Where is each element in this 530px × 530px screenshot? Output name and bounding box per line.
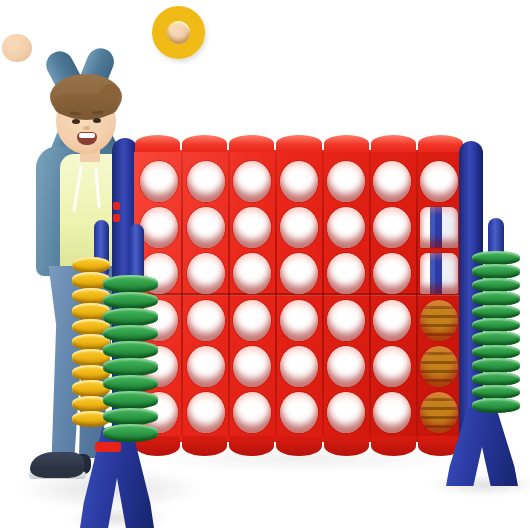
board-cell-r4c3 [229,297,276,343]
board-hole-r1c1 [140,161,178,202]
right-front-ring-5 [472,305,520,319]
board-hole-r4c3 [233,300,271,341]
board-scallop-bottom-5 [324,436,369,456]
board-cell-r4c6 [369,297,416,343]
board-scallop-top-3 [229,135,274,152]
right-front-ring-9 [472,358,520,372]
board-cell-r4c4 [276,297,323,343]
ring-stack-right-front [472,252,520,413]
left-front-ring-5 [103,341,158,359]
ring-stack-left-front [103,276,158,442]
board-hole-r6c2 [187,392,225,433]
left-front-ring-6 [103,358,158,376]
right-front-ring-7 [472,331,520,345]
board-hole-r6c5 [327,392,365,433]
left-front-ring-8 [103,391,158,409]
left-front-ring-10 [103,424,158,442]
board-cell-r2c4 [276,204,323,250]
right-front-ring-10 [472,372,520,386]
right-front-ring-4 [472,291,520,305]
board-cell-r1c7 [415,158,462,204]
boy-hair-tuft [100,84,120,102]
left-front-ring-4 [103,325,158,343]
board-scallop-top-6 [371,135,416,152]
left-post-red-clip-lower [113,214,120,222]
board-hole-r2c4 [280,207,318,248]
left-front-ring-9 [103,408,158,426]
right-front-ring-2 [472,264,520,278]
right-front-ring-8 [472,345,520,359]
board-hole-r2c6 [373,207,411,248]
board-hole-r4c2 [187,300,225,341]
board-hole-r1c2 [187,161,225,202]
board-hole-r2c2 [187,207,225,248]
board-holes-grid [136,158,462,436]
board-hole-r1c5 [327,161,365,202]
right-front-ring-12 [472,398,520,412]
left-front-ring-3 [103,308,158,326]
left-front-ring-1 [103,275,158,293]
product-photo-scene [0,0,530,530]
board-cell-r3c7 [415,251,462,297]
board-cell-r1c5 [322,158,369,204]
board-hole-r5c7 [420,346,458,387]
board-scallop-bottom-3 [229,436,274,456]
board-cell-r1c2 [183,158,230,204]
left-post-red-bracket [95,442,121,452]
board-cell-r3c4 [276,251,323,297]
board-hole-r4c6 [373,300,411,341]
board-cell-r6c5 [322,390,369,436]
board-scallop-top-1 [135,135,180,152]
board-hole-r5c4 [280,346,318,387]
left-back-ring-1 [72,257,110,273]
board-cell-r2c7 [415,204,462,250]
board-hole-r4c7 [420,300,458,341]
board-cell-r3c5 [322,251,369,297]
boy-teeth [79,133,95,138]
board-hole-r3c3 [233,253,271,294]
board-hole-r1c7 [420,161,458,202]
board-cell-r5c2 [183,343,230,389]
board-cell-r4c7 [415,297,462,343]
boy-right-eye [93,118,101,123]
board-scallops-bottom [134,436,464,456]
board-hole-r3c2 [187,253,225,294]
board-cell-r6c4 [276,390,323,436]
board-cell-r1c1 [136,158,183,204]
board-hole-r5c5 [327,346,365,387]
board-scallop-top-2 [182,135,227,152]
board-hole-r3c6 [373,253,411,294]
board-scallop-top-4 [276,135,321,152]
board-cell-r4c5 [322,297,369,343]
board-cell-r6c6 [369,390,416,436]
boy-nose [83,126,90,130]
board-hole-r4c5 [327,300,365,341]
board-hole-r2c7 [420,207,458,248]
board-hole-r5c3 [233,346,271,387]
board-cell-r2c3 [229,204,276,250]
board-cell-r5c5 [322,343,369,389]
board-hole-r6c7 [420,392,458,433]
board-hole-r2c3 [233,207,271,248]
board-hole-r6c6 [373,392,411,433]
board-scallop-top-7 [418,135,463,152]
board-cell-r1c3 [229,158,276,204]
board-cell-r5c3 [229,343,276,389]
board-scallop-bottom-6 [371,436,416,456]
board-scallop-bottom-2 [182,436,227,456]
left-post-red-clip-upper [113,202,120,210]
board-hole-r2c5 [327,207,365,248]
board-hole-r5c6 [373,346,411,387]
boy-right-fist [2,34,32,62]
board-scallop-bottom-4 [276,436,321,456]
board-hole-r3c5 [327,253,365,294]
left-front-ring-7 [103,375,158,393]
board-cell-r4c2 [183,297,230,343]
board-cell-r1c4 [276,158,323,204]
board-hole-r5c2 [187,346,225,387]
board-hole-r1c4 [280,161,318,202]
board-hole-r6c3 [233,392,271,433]
board-hole-r6c4 [280,392,318,433]
right-front-ring-11 [472,385,520,399]
right-front-ring-3 [472,278,520,292]
board-hole-r1c6 [373,161,411,202]
board-cell-r2c5 [322,204,369,250]
board-hole-r2c1 [140,207,178,248]
left-front-ring-2 [103,292,158,310]
board-hole-r4c4 [280,300,318,341]
board-cell-r3c3 [229,251,276,297]
board-scallops-top [134,135,464,152]
board-cell-r1c6 [369,158,416,204]
board-hole-r3c7 [420,253,458,294]
board-cell-r6c3 [229,390,276,436]
board-cell-r3c2 [183,251,230,297]
board-cell-r5c4 [276,343,323,389]
right-front-ring-6 [472,318,520,332]
board-cell-r3c6 [369,251,416,297]
board-hole-r3c4 [280,253,318,294]
board-cell-r6c7 [415,390,462,436]
board-cell-r2c6 [369,204,416,250]
board-cell-r2c2 [183,204,230,250]
held-ring [152,6,205,59]
right-front-ring-1 [472,251,520,265]
board-hole-r1c3 [233,161,271,202]
board-cell-r5c6 [369,343,416,389]
board-cell-r5c7 [415,343,462,389]
boy-left-eye [72,119,80,124]
board-scallop-top-5 [324,135,369,152]
boy-front-shoe [30,452,84,478]
board-cell-r6c2 [183,390,230,436]
